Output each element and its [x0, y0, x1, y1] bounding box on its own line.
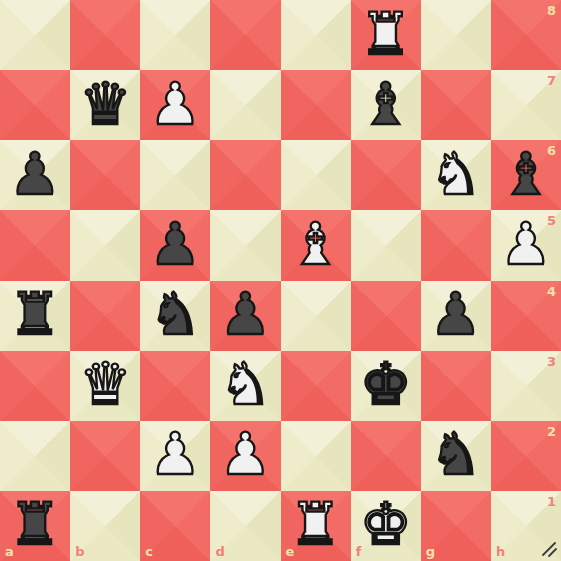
square-d8[interactable] — [210, 0, 280, 70]
square-g8[interactable] — [421, 0, 491, 70]
square-f3[interactable]: ♚ — [351, 351, 421, 421]
square-b2[interactable] — [70, 421, 140, 491]
black-pawn[interactable]: ♟ — [0, 140, 70, 210]
rank-label-6: 6 — [547, 143, 556, 158]
square-a4[interactable]: ♜ — [0, 281, 70, 351]
black-pawn[interactable]: ♟ — [421, 281, 491, 351]
square-g6[interactable]: ♞ — [421, 140, 491, 210]
square-c5[interactable]: ♟ — [140, 210, 210, 280]
white-knight[interactable]: ♞ — [210, 351, 280, 421]
square-d2[interactable]: ♟ — [210, 421, 280, 491]
square-g3[interactable] — [421, 351, 491, 421]
black-bishop[interactable]: ♝ — [351, 70, 421, 140]
file-label-d: d — [215, 544, 224, 559]
rank-label-8: 8 — [547, 3, 556, 18]
square-h8[interactable]: 8 — [491, 0, 561, 70]
file-label-c: c — [145, 544, 153, 559]
square-b5[interactable] — [70, 210, 140, 280]
white-pawn[interactable]: ♟ — [140, 70, 210, 140]
square-d5[interactable] — [210, 210, 280, 280]
board-resize-handle-icon[interactable] — [540, 540, 558, 558]
rank-label-1: 1 — [547, 494, 556, 509]
black-pawn[interactable]: ♟ — [210, 281, 280, 351]
chess-board: ♜8♛♟♝7♟♞♝6♟♝♟5♜♞♟♟4♛♞♚3♟♟♞2♜abcd♜e♚fg1h — [0, 0, 561, 561]
square-f8[interactable]: ♜ — [351, 0, 421, 70]
square-d1[interactable]: d — [210, 491, 280, 561]
square-b4[interactable] — [70, 281, 140, 351]
square-a5[interactable] — [0, 210, 70, 280]
square-c4[interactable]: ♞ — [140, 281, 210, 351]
square-e3[interactable] — [281, 351, 351, 421]
black-queen[interactable]: ♛ — [70, 70, 140, 140]
black-pawn[interactable]: ♟ — [140, 210, 210, 280]
square-f7[interactable]: ♝ — [351, 70, 421, 140]
square-e7[interactable] — [281, 70, 351, 140]
square-d7[interactable] — [210, 70, 280, 140]
square-a1[interactable]: ♜a — [0, 491, 70, 561]
file-label-f: f — [356, 544, 362, 559]
rank-label-7: 7 — [547, 73, 556, 88]
square-h4[interactable]: 4 — [491, 281, 561, 351]
square-c3[interactable] — [140, 351, 210, 421]
square-e6[interactable] — [281, 140, 351, 210]
square-d4[interactable]: ♟ — [210, 281, 280, 351]
white-queen[interactable]: ♛ — [70, 351, 140, 421]
square-b8[interactable] — [70, 0, 140, 70]
file-label-e: e — [286, 544, 295, 559]
file-label-b: b — [75, 544, 84, 559]
square-g5[interactable] — [421, 210, 491, 280]
square-d6[interactable] — [210, 140, 280, 210]
rank-label-4: 4 — [547, 284, 556, 299]
black-knight[interactable]: ♞ — [140, 281, 210, 351]
square-c7[interactable]: ♟ — [140, 70, 210, 140]
black-king[interactable]: ♚ — [351, 351, 421, 421]
white-pawn[interactable]: ♟ — [140, 421, 210, 491]
square-f6[interactable] — [351, 140, 421, 210]
file-label-a: a — [5, 544, 14, 559]
square-a6[interactable]: ♟ — [0, 140, 70, 210]
square-b7[interactable]: ♛ — [70, 70, 140, 140]
white-knight[interactable]: ♞ — [421, 140, 491, 210]
square-a2[interactable] — [0, 421, 70, 491]
white-pawn[interactable]: ♟ — [210, 421, 280, 491]
square-g1[interactable]: g — [421, 491, 491, 561]
square-g2[interactable]: ♞ — [421, 421, 491, 491]
square-f5[interactable] — [351, 210, 421, 280]
square-e8[interactable] — [281, 0, 351, 70]
square-c1[interactable]: c — [140, 491, 210, 561]
square-a8[interactable] — [0, 0, 70, 70]
square-e5[interactable]: ♝ — [281, 210, 351, 280]
white-bishop[interactable]: ♝ — [281, 210, 351, 280]
square-g7[interactable] — [421, 70, 491, 140]
square-h1[interactable]: 1h — [491, 491, 561, 561]
square-a7[interactable] — [0, 70, 70, 140]
square-c8[interactable] — [140, 0, 210, 70]
black-rook[interactable]: ♜ — [0, 281, 70, 351]
file-label-g: g — [426, 544, 435, 559]
white-rook[interactable]: ♜ — [351, 0, 421, 70]
rank-label-5: 5 — [547, 213, 556, 228]
square-e1[interactable]: ♜e — [281, 491, 351, 561]
square-e2[interactable] — [281, 421, 351, 491]
black-knight[interactable]: ♞ — [421, 421, 491, 491]
rank-label-3: 3 — [547, 354, 556, 369]
square-d3[interactable]: ♞ — [210, 351, 280, 421]
square-h5[interactable]: ♟5 — [491, 210, 561, 280]
square-c2[interactable]: ♟ — [140, 421, 210, 491]
square-f1[interactable]: ♚f — [351, 491, 421, 561]
square-h6[interactable]: ♝6 — [491, 140, 561, 210]
square-a3[interactable] — [0, 351, 70, 421]
square-b3[interactable]: ♛ — [70, 351, 140, 421]
square-h7[interactable]: 7 — [491, 70, 561, 140]
file-label-h: h — [496, 544, 505, 559]
rank-label-2: 2 — [547, 424, 556, 439]
square-f2[interactable] — [351, 421, 421, 491]
square-g4[interactable]: ♟ — [421, 281, 491, 351]
square-b1[interactable]: b — [70, 491, 140, 561]
square-f4[interactable] — [351, 281, 421, 351]
square-h2[interactable]: 2 — [491, 421, 561, 491]
square-b6[interactable] — [70, 140, 140, 210]
square-h3[interactable]: 3 — [491, 351, 561, 421]
square-e4[interactable] — [281, 281, 351, 351]
square-c6[interactable] — [140, 140, 210, 210]
